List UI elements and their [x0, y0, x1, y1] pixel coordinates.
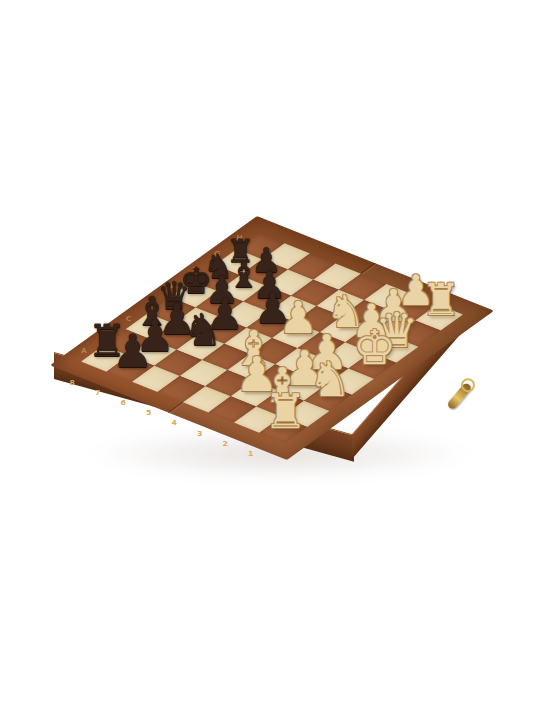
rank-label: 8	[66, 376, 78, 388]
board-grid: ♜♝♛♚♞♜♟♟♟♟♝♟♞♟♟♟♝♟♟♞♝♟♟♟♟♟♜♞♚♛♜	[81, 233, 463, 443]
pawn-icon: ♟	[112, 328, 153, 374]
brass-clasp-icon	[443, 376, 479, 414]
king-icon: ♚	[353, 323, 396, 371]
rook-icon: ♜	[264, 387, 307, 435]
rank-label: 6	[117, 397, 129, 409]
board-square[interactable]: ♜	[259, 417, 307, 443]
board-frame: ♜♝♛♚♞♜♟♟♟♟♝♟♞♟♟♟♝♟♟♞♝♟♟♟♟♟♜♞♚♛♜ 12345678…	[50, 216, 494, 460]
rank-label: 2	[219, 437, 231, 449]
rank-label: 1	[245, 448, 257, 460]
rook-icon: ♜	[422, 279, 461, 323]
rank-label: 3	[194, 427, 206, 439]
rank-label: 5	[143, 407, 155, 419]
chess-board: ♜♝♛♚♞♜♟♟♟♟♝♟♞♟♟♟♝♟♟♞♝♟♟♟♟♟♜♞♚♛♜ 12345678…	[50, 216, 494, 460]
knight-icon: ♞	[183, 308, 222, 352]
rank-label: 4	[168, 417, 180, 429]
rank-label: 7	[92, 386, 104, 398]
knight-icon: ♞	[309, 355, 352, 403]
